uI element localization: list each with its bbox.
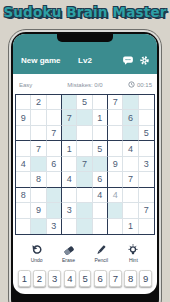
sudoku-cell[interactable] <box>108 141 123 156</box>
phone-frame: New game Lv2 <box>9 30 161 302</box>
sudoku-cell[interactable] <box>77 126 92 141</box>
sudoku-cell[interactable]: 3 <box>139 157 154 172</box>
sudoku-cell[interactable]: 5 <box>77 95 92 110</box>
page-title: Sudoku Brain Master <box>0 4 170 20</box>
sudoku-cell[interactable] <box>139 172 154 187</box>
sudoku-cell[interactable] <box>123 157 138 172</box>
bulb-icon <box>127 244 139 256</box>
level-badge: Lv2 <box>78 56 92 65</box>
sudoku-cell[interactable]: 7 <box>77 157 92 172</box>
sudoku-cell[interactable] <box>47 203 62 218</box>
sudoku-cell[interactable] <box>139 110 154 125</box>
sudoku-cell[interactable] <box>16 172 31 187</box>
sudoku-cell[interactable] <box>31 157 46 172</box>
sudoku-cell[interactable] <box>62 188 77 203</box>
sudoku-cell[interactable] <box>139 95 154 110</box>
chat-icon[interactable] <box>122 55 134 67</box>
gear-icon[interactable] <box>139 55 151 67</box>
app-header: New game Lv2 <box>13 34 157 74</box>
erase-button[interactable]: Erase <box>62 244 75 263</box>
sudoku-cell[interactable] <box>62 126 77 141</box>
sudoku-cell[interactable]: 7 <box>47 126 62 141</box>
sudoku-cell[interactable] <box>77 188 92 203</box>
numpad-key-1[interactable]: 1 <box>18 270 31 287</box>
number-pad: 123456789 <box>18 270 152 287</box>
sudoku-cell[interactable] <box>93 203 108 218</box>
sudoku-cell[interactable]: 8 <box>16 188 31 203</box>
eraser-icon <box>63 244 75 256</box>
sudoku-cell[interactable]: 6 <box>123 110 138 125</box>
sudoku-cell[interactable]: 9 <box>31 203 46 218</box>
sudoku-cell[interactable] <box>93 95 108 110</box>
sudoku-cell[interactable] <box>93 219 108 234</box>
sudoku-cell[interactable]: 6 <box>93 172 108 187</box>
sudoku-cell[interactable]: 4 <box>62 172 77 187</box>
sudoku-cell[interactable] <box>77 219 92 234</box>
pencil-label: Pencil <box>94 257 108 263</box>
sudoku-cell[interactable] <box>62 219 77 234</box>
phone-notch <box>57 34 113 42</box>
new-game-button[interactable]: New game <box>21 56 61 65</box>
sudoku-cell[interactable] <box>108 126 123 141</box>
sudoku-cell[interactable] <box>139 219 154 234</box>
sudoku-cell[interactable]: 1 <box>62 141 77 156</box>
mistakes-counter: Mistakes: 0/0 <box>67 82 102 88</box>
sudoku-cell[interactable]: 4 <box>16 157 31 172</box>
numpad-key-3[interactable]: 3 <box>48 270 61 287</box>
sudoku-cell[interactable]: 4 <box>108 188 123 203</box>
numpad-key-5[interactable]: 5 <box>79 270 92 287</box>
status-bar: Easy Mistakes: 0/0 00:15 <box>13 81 157 91</box>
sudoku-cell[interactable]: 6 <box>47 157 62 172</box>
sudoku-cell[interactable] <box>139 141 154 156</box>
clock-icon <box>128 81 135 88</box>
pencil-icon <box>95 244 107 256</box>
phone-screen: New game Lv2 <box>13 34 157 294</box>
sudoku-cell[interactable] <box>31 219 46 234</box>
sudoku-cell[interactable] <box>47 110 62 125</box>
numpad-key-7[interactable]: 7 <box>109 270 122 287</box>
sudoku-cell[interactable] <box>108 110 123 125</box>
sudoku-cell[interactable] <box>31 126 46 141</box>
sudoku-cell[interactable]: 7 <box>62 110 77 125</box>
sudoku-cell[interactable]: 9 <box>16 110 31 125</box>
pencil-button[interactable]: Pencil <box>94 244 108 263</box>
sudoku-cell[interactable] <box>31 110 46 125</box>
sudoku-cell[interactable] <box>93 126 108 141</box>
numpad-key-8[interactable]: 8 <box>124 270 137 287</box>
difficulty-label: Easy <box>19 82 32 88</box>
sudoku-cell[interactable] <box>16 141 31 156</box>
sudoku-cell[interactable] <box>77 110 92 125</box>
erase-label: Erase <box>62 257 75 263</box>
sudoku-cell[interactable] <box>31 188 46 203</box>
hint-label: Hint <box>129 257 138 263</box>
sudoku-cell[interactable] <box>123 203 138 218</box>
sudoku-cell[interactable] <box>16 203 31 218</box>
sudoku-cell[interactable] <box>62 95 77 110</box>
undo-icon <box>31 244 43 256</box>
undo-button[interactable]: Undo <box>31 244 43 263</box>
sudoku-cell[interactable] <box>62 157 77 172</box>
sudoku-cell[interactable] <box>47 95 62 110</box>
sudoku-cell[interactable]: 3 <box>47 219 62 234</box>
sudoku-cell[interactable]: 2 <box>31 95 46 110</box>
sudoku-cell[interactable]: 7 <box>108 95 123 110</box>
sudoku-cell[interactable]: 8 <box>31 172 46 187</box>
numpad-key-9[interactable]: 9 <box>139 270 152 287</box>
sudoku-cell[interactable]: 7 <box>139 203 154 218</box>
sudoku-cell[interactable]: 4 <box>123 141 138 156</box>
sudoku-cell[interactable]: 1 <box>123 219 138 234</box>
sudoku-cell[interactable] <box>123 188 138 203</box>
sudoku-cell[interactable]: 5 <box>93 141 108 156</box>
sudoku-cell[interactable]: 7 <box>31 141 46 156</box>
sudoku-grid: 257971675715446793846784493731 <box>15 94 155 235</box>
sudoku-cell[interactable]: 5 <box>139 126 154 141</box>
numpad-key-2[interactable]: 2 <box>33 270 46 287</box>
app-screenshot: Sudoku Brain Master New game Lv2 <box>0 0 170 302</box>
sudoku-cell[interactable]: 3 <box>62 203 77 218</box>
sudoku-cell[interactable] <box>93 157 108 172</box>
numpad-key-6[interactable]: 6 <box>94 270 107 287</box>
toolbar: Undo Erase <box>13 244 157 263</box>
sudoku-cell[interactable] <box>16 126 31 141</box>
sudoku-cell[interactable] <box>77 172 92 187</box>
sudoku-cell[interactable]: 1 <box>93 110 108 125</box>
sudoku-cell[interactable] <box>139 188 154 203</box>
sudoku-cell[interactable] <box>123 126 138 141</box>
undo-label: Undo <box>31 257 43 263</box>
sudoku-cell[interactable] <box>108 203 123 218</box>
timer: 00:15 <box>137 82 152 88</box>
sudoku-cell[interactable] <box>16 95 31 110</box>
sudoku-cell[interactable] <box>47 188 62 203</box>
sudoku-cell[interactable]: 9 <box>108 157 123 172</box>
sudoku-cell[interactable] <box>47 141 62 156</box>
hint-button[interactable]: Hint <box>127 244 139 263</box>
sudoku-cell[interactable] <box>47 172 62 187</box>
sudoku-cell[interactable] <box>108 172 123 187</box>
sudoku-cell[interactable]: 7 <box>123 172 138 187</box>
sudoku-cell[interactable] <box>77 203 92 218</box>
sudoku-cell[interactable] <box>16 219 31 234</box>
sudoku-cell[interactable] <box>77 141 92 156</box>
numpad-key-4[interactable]: 4 <box>64 270 77 287</box>
sudoku-cell[interactable] <box>108 219 123 234</box>
sudoku-cell[interactable]: 4 <box>93 188 108 203</box>
sudoku-cell[interactable] <box>123 95 138 110</box>
